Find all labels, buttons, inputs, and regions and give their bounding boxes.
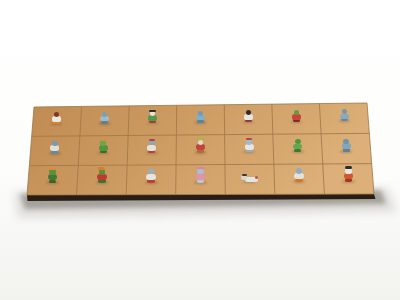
piece-pink-dress-mouse[interactable] — [192, 163, 209, 182]
piece-koala-on-orange-base[interactable] — [291, 163, 308, 182]
piece-teal-elephant[interactable] — [193, 106, 208, 123]
piece-gray-blue-elephant[interactable] — [337, 105, 352, 122]
piece-red-cap-hippo[interactable] — [241, 135, 257, 153]
piece-blue-white-hippo[interactable] — [47, 136, 63, 154]
piece-green-panda[interactable] — [145, 107, 160, 124]
piece-green-croc[interactable] — [95, 136, 111, 154]
piece-sombrero-croc[interactable] — [93, 164, 110, 183]
piece-lying-white-elephant[interactable] — [239, 171, 260, 183]
piece-blue-hippo[interactable] — [97, 107, 112, 124]
piece-red-shorts-frog[interactable] — [289, 105, 304, 122]
piece-white-rooster[interactable] — [49, 108, 64, 125]
piece-penguin[interactable] — [241, 106, 256, 123]
piece-red-dress-panda[interactable] — [340, 163, 357, 182]
piece-hippo-on-red-stool[interactable] — [144, 135, 160, 153]
piece-orange-hat-croc[interactable] — [44, 164, 61, 183]
piece-red-duck[interactable] — [193, 135, 209, 153]
piece-blue-elephant[interactable] — [338, 134, 354, 152]
piece-green-frog[interactable] — [290, 134, 306, 152]
piece-hippo-on-red-base[interactable] — [143, 164, 160, 183]
scene — [0, 0, 400, 300]
